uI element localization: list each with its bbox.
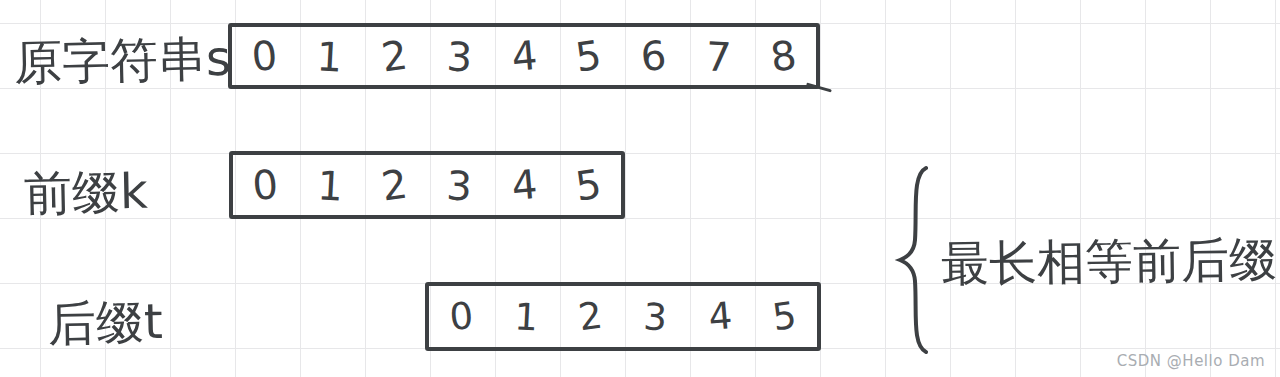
cell: 1 xyxy=(492,285,560,349)
cell: 1 xyxy=(296,154,364,217)
cell: 0 xyxy=(231,152,301,217)
cell: 6 xyxy=(619,24,689,87)
cell: 2 xyxy=(358,151,430,219)
notebook-canvas: 原字符串s 0 1 2 3 4 5 6 7 8 前缀k 0 1 2 3 4 5 … xyxy=(0,0,1280,377)
cell: 5 xyxy=(553,23,625,89)
cell: 4 xyxy=(489,152,559,217)
array-box-suffix: 0 1 2 3 4 5 xyxy=(425,282,821,351)
label-original-string: 原字符串s xyxy=(14,34,232,87)
annotation-longest-equal-prefix-suffix: 最长相等前后缀 xyxy=(941,231,1278,293)
cell: 3 xyxy=(621,285,689,349)
csdn-watermark: CSDN @Hello Dam xyxy=(1117,352,1265,370)
label-prefix: 前缀k xyxy=(24,167,149,218)
cell: 5 xyxy=(748,282,821,351)
cell: 2 xyxy=(358,23,430,89)
array-box-original-string: 0 1 2 3 4 5 6 7 8 xyxy=(228,23,820,89)
cell: 4 xyxy=(489,24,559,87)
cell: 5 xyxy=(552,151,624,219)
cell: 8 xyxy=(747,23,819,89)
cell: 1 xyxy=(295,26,363,87)
array-box-prefix: 0 1 2 3 4 5 xyxy=(229,151,625,219)
cell: 0 xyxy=(426,283,496,349)
cell: 2 xyxy=(554,282,627,351)
label-suffix: 后缀t xyxy=(48,297,164,347)
cell: 3 xyxy=(425,154,493,217)
cell: 3 xyxy=(425,26,493,87)
cell: 0 xyxy=(230,24,300,87)
cell: 4 xyxy=(685,283,755,349)
curly-brace-icon xyxy=(893,164,935,360)
cell: 7 xyxy=(685,26,753,87)
